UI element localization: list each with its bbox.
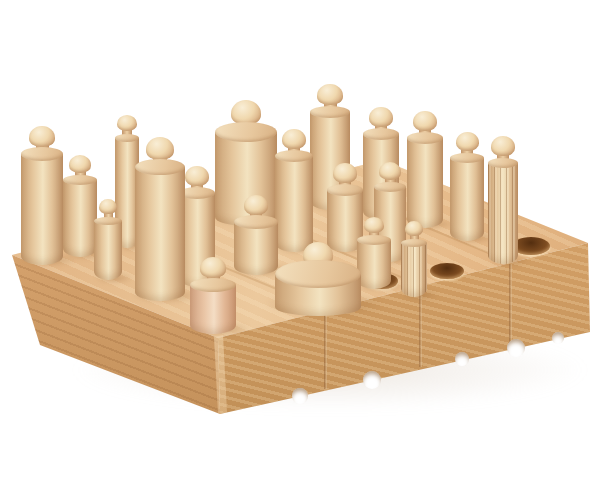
knob-icon [185,166,209,186]
knobbed-cylinder[interactable] [488,136,518,266]
cylinder-top-face [363,128,399,140]
cylinder-body [63,180,97,257]
knob-icon [369,107,393,127]
cylinder-body [488,163,518,264]
cylinder-top-face [234,215,278,229]
cylinder-top-face [63,175,97,185]
cylinder-top-face [407,132,443,144]
knobbed-cylinder[interactable] [135,137,185,303]
finger-notch [455,352,469,366]
knobbed-cylinder[interactable] [401,221,427,299]
knobbed-cylinder[interactable] [275,129,313,254]
knobbed-cylinder[interactable] [234,195,278,277]
cylinder-top-face [21,147,63,161]
cylinder-body [401,243,427,297]
knobbed-cylinder[interactable] [21,126,63,267]
knob-icon [413,111,437,131]
knob-icon [317,84,343,105]
knobbed-cylinder[interactable] [63,155,97,259]
cylinder-body [94,221,122,280]
knob-icon [364,217,384,233]
finger-notch [363,371,381,389]
cylinder-top-face [94,217,122,225]
cylinder-top-face [275,260,361,288]
knob-icon [99,199,117,214]
knob-icon [456,132,479,151]
knob-icon [69,155,91,173]
knob-icon [200,257,226,278]
knob-icon [117,115,137,131]
cylinder-top-face [450,153,484,163]
cylinder-body [357,240,391,289]
block-seam [509,264,512,348]
knob-icon [29,126,55,147]
knobbed-cylinder[interactable] [94,199,122,282]
cylinder-body [135,167,185,301]
cylinder-body [21,154,63,265]
cylinder-top-face [275,150,313,162]
cylinder-body [275,156,313,252]
cylinder-body [234,222,278,275]
empty-socket[interactable] [430,263,464,279]
finger-notch [507,339,525,357]
cylinder-top-face [310,106,350,118]
knob-icon [282,129,306,149]
cylinder-body [407,138,443,228]
cylinder-top-face [357,235,391,245]
knobbed-cylinder[interactable] [407,111,443,230]
knob-icon [379,162,401,180]
cylinder-body [450,158,484,241]
cylinder-top-face [488,158,518,168]
block-seam [324,311,327,389]
knobbed-cylinder[interactable] [450,132,484,243]
cylinder-top-face [190,278,236,292]
cylinder-top-face [374,182,406,192]
scene [0,0,603,491]
knob-icon [491,136,515,156]
knob-icon [405,221,423,236]
knobbed-cylinder[interactable] [275,242,361,318]
cylinder-top-face [327,184,363,196]
cylinder-top-face [401,239,427,247]
finger-notch [292,388,308,404]
cylinder-top-face [215,122,277,142]
knob-icon [333,163,357,183]
knobbed-cylinder[interactable] [357,217,391,291]
cylinder-top-face [135,159,185,175]
cylinder-body [190,285,236,334]
knobbed-cylinder[interactable] [190,257,236,336]
finger-notch [552,332,564,344]
knob-icon [146,137,174,160]
knob-icon [244,195,268,215]
